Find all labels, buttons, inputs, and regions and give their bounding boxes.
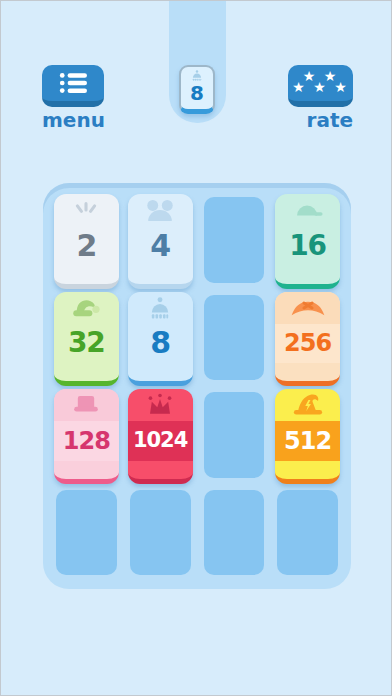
cell-r3c1: 128 [56, 392, 117, 478]
cell-r2c2: 8 [130, 295, 191, 381]
cell-r3c3 [204, 392, 265, 478]
cell-r1c2: 4 [130, 197, 191, 283]
tile-value: 32 [54, 324, 119, 363]
crown-icon [140, 392, 180, 418]
game-board[interactable]: 24163282561281024512 [43, 183, 351, 589]
tile-value: 2 [54, 226, 119, 265]
top-hat-icon [66, 392, 106, 418]
tile-16[interactable]: 16 [275, 194, 340, 289]
rate-button[interactable]: ★ ★ ★ ★ ★ [288, 65, 353, 107]
tile-value: 1024 [128, 421, 193, 460]
beanie-icon [140, 295, 180, 321]
tile-value: 16 [275, 226, 340, 265]
tile-128[interactable]: 128 [54, 389, 119, 484]
tile-256[interactable]: 256 [275, 292, 340, 387]
cell-r2c4: 256 [277, 295, 338, 381]
board-grid: 24163282561281024512 [56, 197, 338, 575]
flat-cap-icon [288, 197, 328, 223]
tile-8[interactable]: 8 [128, 292, 193, 387]
cell-r4c1 [56, 490, 117, 576]
cell-r4c2 [130, 490, 191, 576]
cell-r3c4: 512 [277, 392, 338, 478]
cell-r1c1: 2 [56, 197, 117, 283]
tile-512[interactable]: 512 [275, 389, 340, 484]
cell-r4c4 [277, 490, 338, 576]
pirate-hat-icon [288, 295, 328, 321]
menu-label: menu [42, 108, 104, 132]
cell-r1c4: 16 [277, 197, 338, 283]
tile-32[interactable]: 32 [54, 292, 119, 387]
next-tile-preview: 8 [179, 65, 215, 114]
tile-2[interactable]: 2 [54, 194, 119, 289]
tile-value: 4 [128, 226, 193, 265]
cell-r2c3 [204, 295, 265, 381]
game-screen: 8 menu ★ ★ ★ ★ ★ rate 241632825612810245… [0, 0, 392, 696]
rate-label: rate [288, 108, 353, 132]
wizard-hat-icon [288, 392, 328, 418]
santa-hat-icon [66, 295, 106, 321]
stars-icon: ★ ★ ★ ★ ★ [292, 71, 349, 93]
tile-value: 8 [128, 324, 193, 363]
list-icon [59, 72, 87, 94]
tile-4[interactable]: 4 [128, 194, 193, 289]
next-tile-value: 8 [190, 83, 204, 103]
menu-button[interactable] [42, 65, 104, 107]
cell-r3c2: 1024 [130, 392, 191, 478]
tile-1024[interactable]: 1024 [128, 389, 193, 484]
cell-r2c1: 32 [56, 295, 117, 381]
mouse-ears-icon [140, 197, 180, 223]
cell-r1c3 [204, 197, 265, 283]
tile-value: 256 [275, 324, 340, 363]
cell-r4c3 [204, 490, 265, 576]
tile-value: 512 [275, 421, 340, 460]
burst-icon [66, 197, 106, 223]
tile-value: 128 [54, 421, 119, 460]
